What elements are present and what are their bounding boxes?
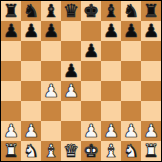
square-b8[interactable]: ♞ [21, 1, 41, 21]
square-e5[interactable] [81, 61, 101, 81]
square-e2[interactable]: ♟ [81, 121, 101, 141]
square-a8[interactable]: ♜ [1, 1, 21, 21]
square-c1[interactable]: ♝ [41, 141, 61, 161]
square-d4[interactable]: ♟ [61, 81, 81, 101]
square-g8[interactable]: ♞ [121, 1, 141, 21]
square-e1[interactable]: ♚ [81, 141, 101, 161]
square-e7[interactable] [81, 21, 101, 41]
square-b4[interactable] [21, 81, 41, 101]
piece-white-knight[interactable]: ♞ [123, 141, 139, 161]
square-f3[interactable] [101, 101, 121, 121]
piece-white-pawn[interactable]: ♟ [63, 81, 79, 101]
square-d7[interactable] [61, 21, 81, 41]
square-a6[interactable] [1, 41, 21, 61]
square-d8[interactable]: ♛ [61, 1, 81, 21]
square-h8[interactable]: ♜ [141, 1, 161, 21]
square-b3[interactable] [21, 101, 41, 121]
square-c7[interactable]: ♟ [41, 21, 61, 41]
square-g3[interactable] [121, 101, 141, 121]
piece-black-pawn[interactable]: ♟ [23, 21, 39, 41]
square-d3[interactable] [61, 101, 81, 121]
piece-black-pawn[interactable]: ♟ [43, 21, 59, 41]
square-f1[interactable]: ♝ [101, 141, 121, 161]
square-g4[interactable] [121, 81, 141, 101]
piece-white-pawn[interactable]: ♟ [123, 121, 139, 141]
piece-white-pawn[interactable]: ♟ [3, 121, 19, 141]
piece-white-knight[interactable]: ♞ [23, 141, 39, 161]
piece-white-pawn[interactable]: ♟ [143, 121, 159, 141]
square-g6[interactable] [121, 41, 141, 61]
square-e4[interactable] [81, 81, 101, 101]
square-f5[interactable] [101, 61, 121, 81]
piece-black-rook[interactable]: ♜ [3, 1, 19, 21]
piece-black-pawn[interactable]: ♟ [83, 41, 99, 61]
square-h2[interactable]: ♟ [141, 121, 161, 141]
square-c8[interactable]: ♝ [41, 1, 61, 21]
piece-black-queen[interactable]: ♛ [63, 1, 79, 21]
piece-black-pawn[interactable]: ♟ [103, 21, 119, 41]
square-h4[interactable] [141, 81, 161, 101]
square-c2[interactable] [41, 121, 61, 141]
piece-white-pawn[interactable]: ♟ [43, 81, 59, 101]
piece-black-bishop[interactable]: ♝ [103, 1, 119, 21]
piece-white-rook[interactable]: ♜ [143, 141, 159, 161]
piece-white-pawn[interactable]: ♟ [103, 121, 119, 141]
square-h7[interactable]: ♟ [141, 21, 161, 41]
piece-black-pawn[interactable]: ♟ [3, 21, 19, 41]
square-e3[interactable] [81, 101, 101, 121]
piece-white-king[interactable]: ♚ [83, 141, 99, 161]
square-f8[interactable]: ♝ [101, 1, 121, 21]
square-b1[interactable]: ♞ [21, 141, 41, 161]
chess-board-container: ♜♞♝♛♚♝♞♜♟♟♟♟♟♟♟♟♟♟♟♟♟♟♟♟♜♞♝♛♚♝♞♜ [0, 0, 162, 162]
piece-black-knight[interactable]: ♞ [23, 1, 39, 21]
square-e8[interactable]: ♚ [81, 1, 101, 21]
piece-white-pawn[interactable]: ♟ [83, 121, 99, 141]
square-c4[interactable]: ♟ [41, 81, 61, 101]
square-h5[interactable] [141, 61, 161, 81]
piece-black-pawn[interactable]: ♟ [143, 21, 159, 41]
square-a7[interactable]: ♟ [1, 21, 21, 41]
square-c6[interactable] [41, 41, 61, 61]
square-b7[interactable]: ♟ [21, 21, 41, 41]
piece-black-king[interactable]: ♚ [83, 1, 99, 21]
square-a5[interactable] [1, 61, 21, 81]
square-f2[interactable]: ♟ [101, 121, 121, 141]
piece-black-rook[interactable]: ♜ [143, 1, 159, 21]
chess-board: ♜♞♝♛♚♝♞♜♟♟♟♟♟♟♟♟♟♟♟♟♟♟♟♟♜♞♝♛♚♝♞♜ [0, 0, 162, 162]
piece-black-pawn[interactable]: ♟ [123, 21, 139, 41]
square-a2[interactable]: ♟ [1, 121, 21, 141]
piece-white-pawn[interactable]: ♟ [23, 121, 39, 141]
piece-black-bishop[interactable]: ♝ [43, 1, 59, 21]
square-g5[interactable] [121, 61, 141, 81]
square-b6[interactable] [21, 41, 41, 61]
square-d2[interactable] [61, 121, 81, 141]
square-c5[interactable] [41, 61, 61, 81]
square-a3[interactable] [1, 101, 21, 121]
square-d1[interactable]: ♛ [61, 141, 81, 161]
square-g7[interactable]: ♟ [121, 21, 141, 41]
square-b5[interactable] [21, 61, 41, 81]
piece-white-bishop[interactable]: ♝ [43, 141, 59, 161]
square-h6[interactable] [141, 41, 161, 61]
square-d5[interactable]: ♟ [61, 61, 81, 81]
square-b2[interactable]: ♟ [21, 121, 41, 141]
square-f7[interactable]: ♟ [101, 21, 121, 41]
square-g1[interactable]: ♞ [121, 141, 141, 161]
square-h3[interactable] [141, 101, 161, 121]
square-f6[interactable] [101, 41, 121, 61]
piece-black-pawn[interactable]: ♟ [63, 61, 79, 81]
square-a1[interactable]: ♜ [1, 141, 21, 161]
square-e6[interactable]: ♟ [81, 41, 101, 61]
square-f4[interactable] [101, 81, 121, 101]
square-h1[interactable]: ♜ [141, 141, 161, 161]
square-c3[interactable] [41, 101, 61, 121]
piece-white-bishop[interactable]: ♝ [103, 141, 119, 161]
piece-white-rook[interactable]: ♜ [3, 141, 19, 161]
piece-white-queen[interactable]: ♛ [63, 141, 79, 161]
square-a4[interactable] [1, 81, 21, 101]
square-g2[interactable]: ♟ [121, 121, 141, 141]
piece-black-knight[interactable]: ♞ [123, 1, 139, 21]
square-d6[interactable] [61, 41, 81, 61]
